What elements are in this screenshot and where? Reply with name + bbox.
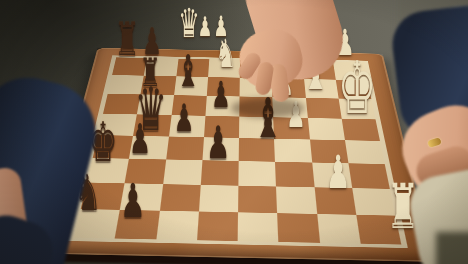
square-r8c4[interactable] bbox=[197, 212, 238, 242]
square-r8c7[interactable] bbox=[317, 214, 361, 244]
square-r7c4[interactable] bbox=[199, 185, 239, 212]
piece-black-pawn-c7[interactable]: ♟ bbox=[129, 119, 151, 160]
piece-white-pawn-b3[interactable]: ♟ bbox=[326, 149, 351, 195]
moving-hand-shadow bbox=[231, 98, 305, 118]
piece-black-pawn-d6[interactable]: ♟ bbox=[174, 99, 194, 137]
piece-white-king-f1[interactable]: ♚ bbox=[338, 52, 377, 124]
square-r5c3[interactable] bbox=[166, 137, 204, 161]
piece-black-pawn-a7[interactable]: ♟ bbox=[120, 177, 145, 224]
square-r7c5[interactable] bbox=[238, 186, 277, 213]
square-r6c6[interactable] bbox=[275, 162, 314, 188]
corner-shadow bbox=[436, 232, 468, 264]
piece-white-knight-h5[interactable]: ♞ bbox=[216, 34, 237, 73]
chess-game-scene: ♞♚♟♟♛♜♟♝♟♟♝♞♟♟♝♟♚♟♛♟♟♜♜♟ bbox=[0, 0, 468, 264]
piece-black-pawn-e5[interactable]: ♟ bbox=[211, 77, 230, 113]
square-r8c5[interactable] bbox=[238, 212, 279, 242]
piece-black-bishop-g6[interactable]: ♝ bbox=[176, 49, 200, 93]
captured-white-queen[interactable]: ♛ bbox=[178, 3, 200, 43]
captured-black-rook[interactable]: ♜ bbox=[115, 16, 140, 62]
square-r8c3[interactable] bbox=[156, 211, 199, 241]
square-r7c3[interactable] bbox=[159, 184, 200, 211]
square-r5c8[interactable] bbox=[345, 140, 385, 164]
square-r7c6[interactable] bbox=[276, 187, 316, 214]
square-r8c6[interactable] bbox=[277, 213, 319, 243]
square-r6c8[interactable] bbox=[348, 163, 390, 189]
square-r3c7[interactable] bbox=[305, 98, 341, 119]
captured-white-pawn[interactable]: ♟ bbox=[198, 13, 213, 40]
piece-black-pawn-c5[interactable]: ♟ bbox=[206, 120, 230, 165]
square-r6c3[interactable] bbox=[163, 159, 203, 184]
square-r6c5[interactable] bbox=[238, 161, 276, 187]
